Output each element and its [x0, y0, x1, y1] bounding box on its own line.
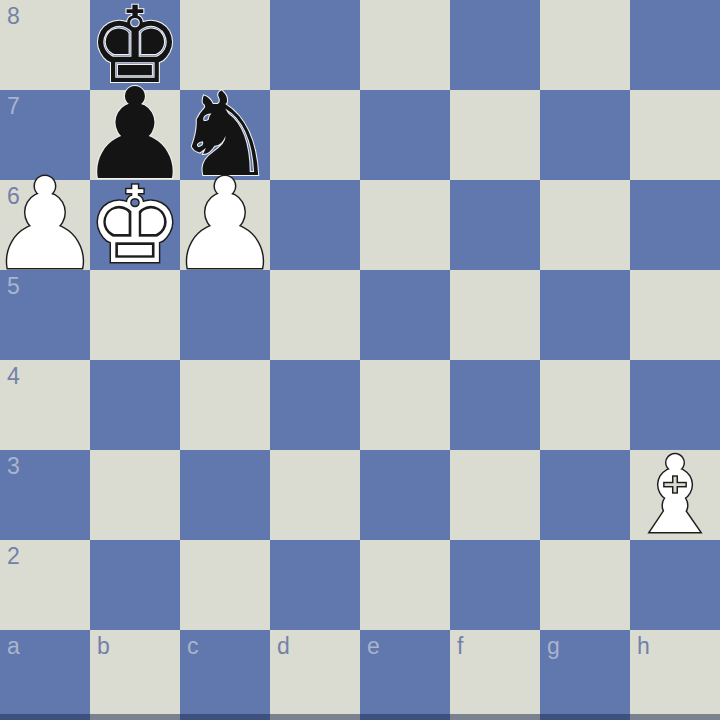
square-e2[interactable] [360, 540, 450, 630]
square-d2[interactable] [270, 540, 360, 630]
square-f5[interactable] [450, 270, 540, 360]
square-b6[interactable]: ♚ [90, 180, 180, 270]
white-pawn-icon[interactable]: ♟ [0, 162, 101, 288]
square-b4[interactable] [90, 360, 180, 450]
square-h1[interactable]: h [630, 630, 720, 720]
square-c1[interactable]: c [180, 630, 270, 720]
square-b2[interactable] [90, 540, 180, 630]
square-d8[interactable] [270, 0, 360, 90]
file-label-c: c [187, 633, 199, 660]
square-e5[interactable] [360, 270, 450, 360]
square-a4[interactable]: 4 [0, 360, 90, 450]
square-c4[interactable] [180, 360, 270, 450]
rank-label-3: 3 [7, 453, 20, 480]
square-d4[interactable] [270, 360, 360, 450]
square-e1[interactable]: e [360, 630, 450, 720]
file-label-a: a [7, 633, 20, 660]
square-g1[interactable]: g [540, 630, 630, 720]
square-b3[interactable] [90, 450, 180, 540]
square-b1[interactable]: b [90, 630, 180, 720]
square-f7[interactable] [450, 90, 540, 180]
square-g6[interactable] [540, 180, 630, 270]
white-bishop-icon[interactable]: ♝ [627, 442, 720, 548]
square-a8[interactable]: 8 [0, 0, 90, 90]
square-g4[interactable] [540, 360, 630, 450]
file-label-d: d [277, 633, 290, 660]
square-f2[interactable] [450, 540, 540, 630]
square-e7[interactable] [360, 90, 450, 180]
square-a2[interactable]: 2 [0, 540, 90, 630]
square-e4[interactable] [360, 360, 450, 450]
square-f3[interactable] [450, 450, 540, 540]
rank-label-2: 2 [7, 543, 20, 570]
chess-board: 8♚7♟♞6♟♚♟543♝2abcdefgh [0, 0, 720, 720]
square-g5[interactable] [540, 270, 630, 360]
white-pawn-icon[interactable]: ♟ [169, 162, 282, 288]
chess-diagram: 8♚7♟♞6♟♚♟543♝2abcdefgh [0, 0, 720, 720]
square-h7[interactable] [630, 90, 720, 180]
square-a1[interactable]: a [0, 630, 90, 720]
square-d5[interactable] [270, 270, 360, 360]
square-d3[interactable] [270, 450, 360, 540]
square-f1[interactable]: f [450, 630, 540, 720]
file-label-e: e [367, 633, 380, 660]
board-bottom-edge [0, 714, 720, 720]
square-h6[interactable] [630, 180, 720, 270]
rank-label-8: 8 [7, 3, 20, 30]
square-d1[interactable]: d [270, 630, 360, 720]
square-h8[interactable] [630, 0, 720, 90]
square-c3[interactable] [180, 450, 270, 540]
square-e3[interactable] [360, 450, 450, 540]
file-label-g: g [547, 633, 560, 660]
file-label-f: f [457, 633, 463, 660]
square-c6[interactable]: ♟ [180, 180, 270, 270]
square-e6[interactable] [360, 180, 450, 270]
square-f6[interactable] [450, 180, 540, 270]
file-label-b: b [97, 633, 110, 660]
square-g8[interactable] [540, 0, 630, 90]
square-a3[interactable]: 3 [0, 450, 90, 540]
square-d7[interactable] [270, 90, 360, 180]
rank-label-7: 7 [7, 93, 20, 120]
square-a6[interactable]: 6♟ [0, 180, 90, 270]
square-f8[interactable] [450, 0, 540, 90]
square-h3[interactable]: ♝ [630, 450, 720, 540]
file-label-h: h [637, 633, 650, 660]
square-e8[interactable] [360, 0, 450, 90]
rank-label-4: 4 [7, 363, 20, 390]
square-f4[interactable] [450, 360, 540, 450]
square-h5[interactable] [630, 270, 720, 360]
square-g7[interactable] [540, 90, 630, 180]
square-g2[interactable] [540, 540, 630, 630]
square-d6[interactable] [270, 180, 360, 270]
square-g3[interactable] [540, 450, 630, 540]
square-c2[interactable] [180, 540, 270, 630]
